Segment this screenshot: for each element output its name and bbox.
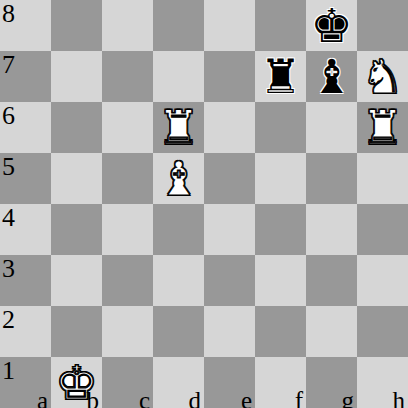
square-f5[interactable] <box>255 153 306 204</box>
square-d5[interactable]: ♝ <box>153 153 204 204</box>
square-g8[interactable]: ♚ <box>306 0 357 51</box>
square-e5[interactable] <box>204 153 255 204</box>
square-e1[interactable] <box>204 357 255 408</box>
piece-black-king-g8[interactable]: ♚ <box>306 0 357 51</box>
square-a8[interactable] <box>0 0 51 51</box>
square-h7[interactable]: ♞ <box>357 51 408 102</box>
square-c3[interactable] <box>102 255 153 306</box>
square-g3[interactable] <box>306 255 357 306</box>
square-f1[interactable] <box>255 357 306 408</box>
square-g2[interactable] <box>306 306 357 357</box>
square-b7[interactable] <box>51 51 102 102</box>
square-h6[interactable]: ♜ <box>357 102 408 153</box>
square-b2[interactable] <box>51 306 102 357</box>
piece-white-bishop-d5[interactable]: ♝ <box>153 153 204 204</box>
square-c6[interactable] <box>102 102 153 153</box>
square-f2[interactable] <box>255 306 306 357</box>
square-h8[interactable] <box>357 0 408 51</box>
square-g6[interactable] <box>306 102 357 153</box>
square-c2[interactable] <box>102 306 153 357</box>
square-f3[interactable] <box>255 255 306 306</box>
square-e4[interactable] <box>204 204 255 255</box>
square-b4[interactable] <box>51 204 102 255</box>
square-c1[interactable] <box>102 357 153 408</box>
square-e8[interactable] <box>204 0 255 51</box>
square-g4[interactable] <box>306 204 357 255</box>
square-h4[interactable] <box>357 204 408 255</box>
square-a2[interactable] <box>0 306 51 357</box>
square-g7[interactable]: ♝ <box>306 51 357 102</box>
square-c5[interactable] <box>102 153 153 204</box>
piece-white-king-b1[interactable]: ♚ <box>51 357 102 408</box>
square-e2[interactable] <box>204 306 255 357</box>
square-b8[interactable] <box>51 0 102 51</box>
square-f8[interactable] <box>255 0 306 51</box>
square-a1[interactable] <box>0 357 51 408</box>
square-b5[interactable] <box>51 153 102 204</box>
square-h1[interactable] <box>357 357 408 408</box>
square-e6[interactable] <box>204 102 255 153</box>
square-h2[interactable] <box>357 306 408 357</box>
square-f7[interactable]: ♜ <box>255 51 306 102</box>
square-a3[interactable] <box>0 255 51 306</box>
square-e3[interactable] <box>204 255 255 306</box>
square-d7[interactable] <box>153 51 204 102</box>
square-b3[interactable] <box>51 255 102 306</box>
square-a7[interactable] <box>0 51 51 102</box>
square-a6[interactable] <box>0 102 51 153</box>
square-d6[interactable]: ♜ <box>153 102 204 153</box>
square-g5[interactable] <box>306 153 357 204</box>
square-g1[interactable] <box>306 357 357 408</box>
square-d8[interactable] <box>153 0 204 51</box>
square-b6[interactable] <box>51 102 102 153</box>
square-c4[interactable] <box>102 204 153 255</box>
piece-black-rook-f7[interactable]: ♜ <box>255 51 306 102</box>
piece-white-rook-h6[interactable]: ♜ <box>357 102 408 153</box>
square-d4[interactable] <box>153 204 204 255</box>
square-c8[interactable] <box>102 0 153 51</box>
square-a5[interactable] <box>0 153 51 204</box>
square-e7[interactable] <box>204 51 255 102</box>
square-b1[interactable]: ♚ <box>51 357 102 408</box>
square-h5[interactable] <box>357 153 408 204</box>
piece-white-rook-d6[interactable]: ♜ <box>153 102 204 153</box>
square-f6[interactable] <box>255 102 306 153</box>
square-f4[interactable] <box>255 204 306 255</box>
square-h3[interactable] <box>357 255 408 306</box>
square-c7[interactable] <box>102 51 153 102</box>
square-d1[interactable] <box>153 357 204 408</box>
square-a4[interactable] <box>0 204 51 255</box>
chessboard: ♚♜♝♞♜♜♝♚87654321abcdefgh <box>0 0 408 408</box>
square-d3[interactable] <box>153 255 204 306</box>
piece-white-knight-h7[interactable]: ♞ <box>357 51 408 102</box>
piece-black-bishop-g7[interactable]: ♝ <box>306 51 357 102</box>
square-d2[interactable] <box>153 306 204 357</box>
